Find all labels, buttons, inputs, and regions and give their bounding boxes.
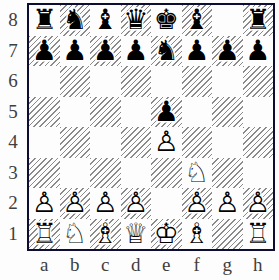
white-pawn-halo: ♟ [151, 127, 182, 158]
square-c7[interactable]: ♟♟ [90, 36, 121, 67]
white-pawn: ♙ [121, 188, 152, 219]
rank-label-5: 5 [0, 97, 26, 128]
square-b2[interactable]: ♟♙ [60, 188, 91, 219]
black-pawn-halo: ♟ [121, 36, 152, 67]
square-b1[interactable]: ♞♘ [60, 219, 91, 250]
black-bishop: ♝ [90, 5, 121, 36]
white-pawn: ♙ [182, 188, 213, 219]
square-f7[interactable]: ♟♟ [182, 36, 213, 67]
white-pawn-halo: ♟ [90, 188, 121, 219]
square-c6[interactable] [90, 66, 121, 97]
black-queen: ♛ [121, 5, 152, 36]
black-pawn: ♟ [121, 36, 152, 67]
black-pawn: ♟ [151, 97, 182, 128]
white-pawn: ♙ [243, 188, 274, 219]
rank-label-3: 3 [0, 158, 26, 189]
square-e7[interactable]: ♞♞ [151, 36, 182, 67]
black-bishop-halo: ♝ [182, 5, 213, 36]
white-pawn-halo: ♟ [29, 188, 60, 219]
black-knight: ♞ [60, 5, 91, 36]
square-h8[interactable]: ♜♜ [243, 5, 274, 36]
square-c3[interactable] [90, 158, 121, 189]
rank-label-8: 8 [0, 5, 26, 36]
square-c4[interactable] [90, 127, 121, 158]
square-b4[interactable] [60, 127, 91, 158]
square-a4[interactable] [29, 127, 60, 158]
square-a8[interactable]: ♜♜ [29, 5, 60, 36]
white-bishop: ♗ [90, 219, 121, 250]
rank-label-6: 6 [0, 66, 26, 97]
square-a5[interactable] [29, 97, 60, 128]
chess-board[interactable]: ♜♜♞♞♝♝♛♛♚♚♝♝♜♜♟♟♟♟♟♟♟♟♞♞♟♟♟♟♟♟♟♟♟♙♞♘♟♙♟♙… [27, 3, 275, 251]
white-rook-halo: ♜ [29, 219, 60, 250]
white-bishop-halo: ♝ [90, 219, 121, 250]
square-g6[interactable] [212, 66, 243, 97]
file-label-f: f [182, 251, 213, 278]
black-pawn: ♟ [182, 36, 213, 67]
square-g3[interactable] [212, 158, 243, 189]
square-d5[interactable] [121, 97, 152, 128]
square-a2[interactable]: ♟♙ [29, 188, 60, 219]
square-b6[interactable] [60, 66, 91, 97]
square-d4[interactable] [121, 127, 152, 158]
square-f8[interactable]: ♝♝ [182, 5, 213, 36]
file-label-b: b [60, 251, 91, 278]
rank-label-4: 4 [0, 127, 26, 158]
white-queen: ♕ [121, 219, 152, 250]
file-labels: abcdefgh [29, 251, 273, 278]
black-pawn-halo: ♟ [90, 36, 121, 67]
white-pawn-halo: ♟ [182, 188, 213, 219]
square-d3[interactable] [121, 158, 152, 189]
square-a1[interactable]: ♜♖ [29, 219, 60, 250]
square-h1[interactable]: ♜♖ [243, 219, 274, 250]
square-e3[interactable] [151, 158, 182, 189]
square-g1[interactable] [212, 219, 243, 250]
white-king: ♔ [151, 219, 182, 250]
white-pawn: ♙ [90, 188, 121, 219]
square-h7[interactable]: ♟♟ [243, 36, 274, 67]
white-pawn-halo: ♟ [243, 188, 274, 219]
black-pawn: ♟ [29, 36, 60, 67]
square-b8[interactable]: ♞♞ [60, 5, 91, 36]
square-h4[interactable] [243, 127, 274, 158]
square-a3[interactable] [29, 158, 60, 189]
rank-label-2: 2 [0, 188, 26, 219]
white-queen-halo: ♛ [121, 219, 152, 250]
square-f4[interactable] [182, 127, 213, 158]
black-knight: ♞ [151, 36, 182, 67]
square-h5[interactable] [243, 97, 274, 128]
square-f2[interactable]: ♟♙ [182, 188, 213, 219]
square-e6[interactable] [151, 66, 182, 97]
square-d1[interactable]: ♛♕ [121, 219, 152, 250]
black-pawn-halo: ♟ [29, 36, 60, 67]
square-f5[interactable] [182, 97, 213, 128]
square-d6[interactable] [121, 66, 152, 97]
square-g8[interactable] [212, 5, 243, 36]
black-bishop: ♝ [182, 5, 213, 36]
white-pawn-halo: ♟ [60, 188, 91, 219]
black-pawn: ♟ [243, 36, 274, 67]
square-c8[interactable]: ♝♝ [90, 5, 121, 36]
white-pawn: ♙ [60, 188, 91, 219]
square-b5[interactable] [60, 97, 91, 128]
black-pawn: ♟ [90, 36, 121, 67]
white-knight: ♘ [60, 219, 91, 250]
black-pawn-halo: ♟ [182, 36, 213, 67]
white-knight: ♘ [182, 158, 213, 189]
square-d8[interactable]: ♛♛ [121, 5, 152, 36]
black-knight-halo: ♞ [151, 36, 182, 67]
square-c5[interactable] [90, 97, 121, 128]
square-h3[interactable] [243, 158, 274, 189]
file-label-a: a [29, 251, 60, 278]
white-bishop-halo: ♝ [182, 219, 213, 250]
file-label-e: e [151, 251, 182, 278]
square-g7[interactable]: ♟♟ [212, 36, 243, 67]
square-h6[interactable] [243, 66, 274, 97]
white-knight-halo: ♞ [60, 219, 91, 250]
black-pawn-halo: ♟ [151, 97, 182, 128]
square-a6[interactable] [29, 66, 60, 97]
square-e1[interactable]: ♚♔ [151, 219, 182, 250]
rank-labels: 87654321 [0, 5, 26, 249]
black-pawn: ♟ [60, 36, 91, 67]
black-rook-halo: ♜ [243, 5, 274, 36]
square-f3[interactable]: ♞♘ [182, 158, 213, 189]
square-e5[interactable]: ♟♟ [151, 97, 182, 128]
black-bishop-halo: ♝ [90, 5, 121, 36]
black-knight-halo: ♞ [60, 5, 91, 36]
black-rook-halo: ♜ [29, 5, 60, 36]
black-rook: ♜ [243, 5, 274, 36]
rank-label-1: 1 [0, 219, 26, 250]
white-king-halo: ♚ [151, 219, 182, 250]
square-e2[interactable] [151, 188, 182, 219]
white-knight-halo: ♞ [182, 158, 213, 189]
black-rook: ♜ [29, 5, 60, 36]
square-e8[interactable]: ♚♚ [151, 5, 182, 36]
white-rook: ♖ [29, 219, 60, 250]
black-pawn: ♟ [212, 36, 243, 67]
white-rook-halo: ♜ [243, 219, 274, 250]
square-f6[interactable] [182, 66, 213, 97]
square-h2[interactable]: ♟♙ [243, 188, 274, 219]
square-g2[interactable]: ♟♙ [212, 188, 243, 219]
black-pawn-halo: ♟ [212, 36, 243, 67]
file-label-d: d [121, 251, 152, 278]
white-pawn-halo: ♟ [121, 188, 152, 219]
white-pawn: ♙ [212, 188, 243, 219]
black-pawn-halo: ♟ [60, 36, 91, 67]
black-king-halo: ♚ [151, 5, 182, 36]
white-bishop: ♗ [182, 219, 213, 250]
square-f1[interactable]: ♝♗ [182, 219, 213, 250]
black-queen-halo: ♛ [121, 5, 152, 36]
square-b7[interactable]: ♟♟ [60, 36, 91, 67]
square-g4[interactable] [212, 127, 243, 158]
white-pawn: ♙ [29, 188, 60, 219]
square-g5[interactable] [212, 97, 243, 128]
square-a7[interactable]: ♟♟ [29, 36, 60, 67]
file-label-h: h [243, 251, 274, 278]
rank-label-7: 7 [0, 36, 26, 67]
file-label-c: c [90, 251, 121, 278]
chess-diagram: 87654321 ♜♜♞♞♝♝♛♛♚♚♝♝♜♜♟♟♟♟♟♟♟♟♞♞♟♟♟♟♟♟♟… [0, 0, 279, 280]
black-king: ♚ [151, 5, 182, 36]
square-d7[interactable]: ♟♟ [121, 36, 152, 67]
square-c1[interactable]: ♝♗ [90, 219, 121, 250]
black-pawn-halo: ♟ [243, 36, 274, 67]
square-d2[interactable]: ♟♙ [121, 188, 152, 219]
white-pawn: ♙ [151, 127, 182, 158]
square-b3[interactable] [60, 158, 91, 189]
square-e4[interactable]: ♟♙ [151, 127, 182, 158]
white-rook: ♖ [243, 219, 274, 250]
square-c2[interactable]: ♟♙ [90, 188, 121, 219]
file-label-g: g [212, 251, 243, 278]
white-pawn-halo: ♟ [212, 188, 243, 219]
